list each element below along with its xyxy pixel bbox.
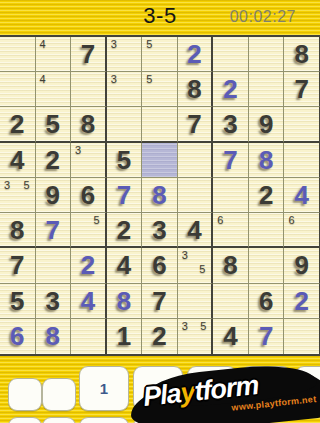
given-digit: 8	[223, 252, 237, 278]
cell-r2c8[interactable]	[249, 72, 285, 107]
cell-r1c3[interactable]: 7	[71, 37, 107, 72]
given-digit: 9	[46, 182, 60, 208]
cell-r8c2[interactable]: 3	[36, 284, 72, 319]
cell-r6c4[interactable]: 2	[107, 213, 143, 248]
pencil-mark: 3	[75, 145, 81, 156]
pencil-mark: 5	[146, 74, 152, 85]
cell-r4c3[interactable]: 3	[71, 143, 107, 178]
given-digit: 4	[223, 323, 237, 349]
given-digit: 7	[152, 288, 166, 314]
peek-button-4[interactable]	[133, 417, 183, 423]
cell-r6c5[interactable]: 3	[142, 213, 178, 248]
user-digit: 7	[223, 147, 237, 173]
given-digit: 9	[259, 111, 273, 137]
cell-r5c4[interactable]: 7	[107, 178, 143, 213]
cell-r5c8[interactable]: 2	[249, 178, 285, 213]
given-digit: 7	[187, 111, 201, 137]
peek-button-3[interactable]	[79, 417, 129, 423]
digit-button-3[interactable]: 3	[187, 366, 237, 411]
pencil-mark: 4	[40, 74, 46, 85]
cell-r6c2[interactable]: 7	[36, 213, 72, 248]
cell-r7c8[interactable]	[249, 248, 285, 283]
cell-r7c3[interactable]: 2	[71, 248, 107, 283]
user-digit: 4	[294, 182, 308, 208]
pencil-mark: 5	[94, 215, 100, 226]
cell-r7c5[interactable]: 6	[142, 248, 178, 283]
pencil-mark: 5	[199, 264, 205, 275]
cell-r3c7[interactable]: 3	[213, 107, 249, 142]
given-digit: 2	[117, 217, 131, 243]
pencil-mark: 3	[4, 180, 10, 191]
pencil-mark: 5	[23, 180, 29, 191]
user-digit: 6	[10, 323, 24, 349]
user-digit: 8	[259, 147, 273, 173]
cell-r1c9[interactable]: 8	[284, 37, 320, 72]
cell-r7c6[interactable]: 35	[178, 248, 214, 283]
cell-r6c9[interactable]: 6	[284, 213, 320, 248]
cell-r5c1[interactable]: 35	[0, 178, 36, 213]
cell-r3c4[interactable]	[107, 107, 143, 142]
cell-r1c6[interactable]: 2	[178, 37, 214, 72]
given-digit: 2	[10, 111, 24, 137]
cell-r8c5[interactable]: 7	[142, 284, 178, 319]
given-digit: 4	[117, 252, 131, 278]
given-digit: 4	[187, 217, 201, 243]
cell-r3c2[interactable]: 5	[36, 107, 72, 142]
given-digit: 2	[152, 323, 166, 349]
cell-r4c5[interactable]	[142, 143, 178, 178]
given-digit: 8	[187, 76, 201, 102]
cell-r9c7[interactable]: 4	[213, 319, 249, 354]
user-digit: 7	[259, 323, 273, 349]
cell-r3c5[interactable]	[142, 107, 178, 142]
cell-r1c1[interactable]	[0, 37, 36, 72]
user-digit: 2	[81, 252, 95, 278]
cell-r3c1[interactable]: 2	[0, 107, 36, 142]
user-digit: 2	[223, 76, 237, 102]
cell-r7c7[interactable]: 8	[213, 248, 249, 283]
user-digit: 8	[46, 323, 60, 349]
given-digit: 6	[152, 252, 166, 278]
cell-r2c7[interactable]: 2	[213, 72, 249, 107]
cell-r7c4[interactable]: 4	[107, 248, 143, 283]
user-digit: 2	[187, 41, 201, 67]
sudoku-grid: 4735284358272587394235783596782487523466…	[0, 35, 320, 356]
cell-r1c2[interactable]: 4	[36, 37, 72, 72]
sudoku-app-screen: 3-5 00:02:27 473528435827258739423578359…	[0, 0, 320, 423]
user-digit: 4	[81, 288, 95, 314]
number-pad: 12345	[0, 356, 320, 423]
user-digit: 8	[152, 182, 166, 208]
cell-r3c6[interactable]: 7	[178, 107, 214, 142]
cell-r2c9[interactable]: 7	[284, 72, 320, 107]
cell-r5c3[interactable]: 6	[71, 178, 107, 213]
given-digit: 7	[81, 41, 95, 67]
cell-r6c1[interactable]: 8	[0, 213, 36, 248]
cell-r4c4[interactable]: 5	[107, 143, 143, 178]
cell-r8c8[interactable]: 6	[249, 284, 285, 319]
cell-r2c6[interactable]: 8	[178, 72, 214, 107]
cell-r5c6[interactable]	[178, 178, 214, 213]
cell-r4c1[interactable]: 4	[0, 143, 36, 178]
pencil-mark: 6	[288, 215, 294, 226]
pencil-mark: 3	[111, 39, 117, 50]
cell-r9c8[interactable]: 7	[249, 319, 285, 354]
timer: 00:02:27	[230, 8, 296, 26]
pencil-mark: 3	[182, 321, 188, 332]
user-digit: 7	[117, 182, 131, 208]
pencil-mark: 3	[111, 74, 117, 85]
cell-r6c3[interactable]: 5	[71, 213, 107, 248]
user-digit: 2	[294, 288, 308, 314]
pencil-mark: 5	[146, 39, 152, 50]
user-digit: 8	[117, 288, 131, 314]
header: 3-5 00:02:27	[0, 0, 320, 35]
given-digit: 8	[81, 111, 95, 137]
cell-r8c3[interactable]: 4	[71, 284, 107, 319]
cell-r8c1[interactable]: 5	[0, 284, 36, 319]
given-digit: 6	[81, 182, 95, 208]
cell-r9c6[interactable]: 35	[178, 319, 214, 354]
peek-button-2[interactable]	[42, 417, 76, 423]
cell-r5c5[interactable]: 8	[142, 178, 178, 213]
digit-button-2[interactable]: 2	[133, 366, 183, 411]
cell-r2c3[interactable]	[71, 72, 107, 107]
cell-r4c8[interactable]: 8	[249, 143, 285, 178]
cell-r9c9[interactable]	[284, 319, 320, 354]
given-digit: 5	[10, 288, 24, 314]
given-digit: 5	[46, 111, 60, 137]
cell-r7c9[interactable]: 9	[284, 248, 320, 283]
pencil-mark: 4	[40, 39, 46, 50]
digit-button-1[interactable]: 1	[79, 366, 129, 411]
given-digit: 3	[223, 111, 237, 137]
cell-r1c7[interactable]	[213, 37, 249, 72]
given-digit: 7	[294, 76, 308, 102]
given-digit: 7	[10, 252, 24, 278]
aux-button-1[interactable]	[8, 378, 42, 411]
cell-r9c1[interactable]: 6	[0, 319, 36, 354]
cell-r5c2[interactable]: 9	[36, 178, 72, 213]
given-digit: 1	[117, 323, 131, 349]
pencil-mark: 6	[217, 215, 223, 226]
cell-r4c9[interactable]	[284, 143, 320, 178]
given-digit: 3	[152, 217, 166, 243]
peek-button-1[interactable]	[8, 417, 42, 423]
given-digit: 2	[259, 182, 273, 208]
cell-r6c6[interactable]: 4	[178, 213, 214, 248]
cell-r2c4[interactable]: 3	[107, 72, 143, 107]
given-digit: 2	[46, 147, 60, 173]
cell-r8c6[interactable]	[178, 284, 214, 319]
aux-button-2[interactable]	[42, 378, 76, 411]
cell-r7c2[interactable]	[36, 248, 72, 283]
cell-r9c3[interactable]	[71, 319, 107, 354]
cell-r4c2[interactable]: 2	[36, 143, 72, 178]
cell-r1c5[interactable]: 5	[142, 37, 178, 72]
cell-r1c4[interactable]: 3	[107, 37, 143, 72]
given-digit: 3	[46, 288, 60, 314]
given-digit: 6	[259, 288, 273, 314]
cell-r3c8[interactable]: 9	[249, 107, 285, 142]
given-digit: 8	[294, 41, 308, 67]
cell-r9c2[interactable]: 8	[36, 319, 72, 354]
cell-r2c2[interactable]: 4	[36, 72, 72, 107]
digit-button-5[interactable]: 5	[295, 366, 320, 411]
given-digit: 5	[117, 147, 131, 173]
cell-r1c8[interactable]	[249, 37, 285, 72]
cell-r7c1[interactable]: 7	[0, 248, 36, 283]
cell-r8c4[interactable]: 8	[107, 284, 143, 319]
cell-r8c9[interactable]: 2	[284, 284, 320, 319]
given-digit: 4	[10, 147, 24, 173]
cell-r4c7[interactable]: 7	[213, 143, 249, 178]
cell-r5c9[interactable]: 4	[284, 178, 320, 213]
cell-r2c1[interactable]	[0, 72, 36, 107]
pencil-mark: 5	[200, 321, 206, 332]
cell-r6c7[interactable]: 6	[213, 213, 249, 248]
given-digit: 8	[10, 217, 24, 243]
cell-r2c5[interactable]: 5	[142, 72, 178, 107]
cell-r3c3[interactable]: 8	[71, 107, 107, 142]
cell-r6c8[interactable]	[249, 213, 285, 248]
cell-r4c6[interactable]	[178, 143, 214, 178]
pencil-mark: 3	[182, 250, 188, 261]
given-digit: 9	[294, 252, 308, 278]
cell-r9c4[interactable]: 1	[107, 319, 143, 354]
cell-r9c5[interactable]: 2	[142, 319, 178, 354]
cell-r5c7[interactable]	[213, 178, 249, 213]
cell-r8c7[interactable]	[213, 284, 249, 319]
user-digit: 7	[46, 217, 60, 243]
cell-r3c9[interactable]	[284, 107, 320, 142]
digit-button-4[interactable]: 4	[241, 366, 291, 411]
